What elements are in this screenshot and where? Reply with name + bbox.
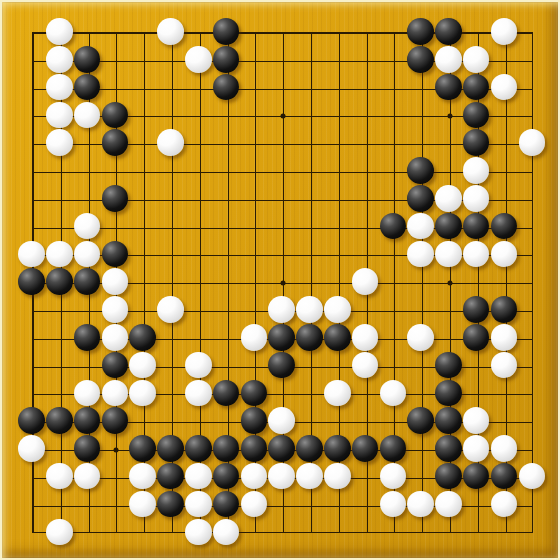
board-intersection[interactable] [407, 129, 435, 157]
board-intersection[interactable] [73, 212, 101, 240]
board-intersection[interactable] [45, 101, 73, 129]
board-intersection[interactable] [518, 45, 546, 73]
board-intersection[interactable] [462, 435, 490, 463]
board-intersection[interactable] [184, 379, 212, 407]
board-intersection[interactable] [462, 268, 490, 296]
board-intersection[interactable] [462, 407, 490, 435]
board-intersection[interactable] [518, 184, 546, 212]
board-intersection[interactable] [379, 518, 407, 546]
board-intersection[interactable] [462, 323, 490, 351]
board-intersection[interactable] [518, 101, 546, 129]
board-intersection[interactable] [490, 101, 518, 129]
board-intersection[interactable] [184, 490, 212, 518]
board-intersection[interactable] [268, 296, 296, 324]
board-intersection[interactable] [45, 268, 73, 296]
board-intersection[interactable] [379, 323, 407, 351]
board-intersection[interactable] [407, 407, 435, 435]
board-intersection[interactable] [184, 323, 212, 351]
board-intersection[interactable] [462, 518, 490, 546]
board-intersection[interactable] [184, 518, 212, 546]
board-intersection[interactable] [212, 73, 240, 101]
board-intersection[interactable] [157, 518, 185, 546]
board-intersection[interactable] [73, 129, 101, 157]
board-intersection[interactable] [73, 240, 101, 268]
board-intersection[interactable] [18, 379, 46, 407]
board-intersection[interactable] [268, 323, 296, 351]
board-intersection[interactable] [73, 73, 101, 101]
board-intersection[interactable] [435, 462, 463, 490]
board-intersection[interactable] [18, 157, 46, 185]
board-intersection[interactable] [101, 129, 129, 157]
board-intersection[interactable] [212, 129, 240, 157]
board-intersection[interactable] [184, 268, 212, 296]
board-intersection[interactable] [18, 296, 46, 324]
board-intersection[interactable] [407, 268, 435, 296]
board-intersection[interactable] [462, 240, 490, 268]
board-intersection[interactable] [18, 212, 46, 240]
board-intersection[interactable] [379, 240, 407, 268]
board-intersection[interactable] [129, 73, 157, 101]
board-intersection[interactable] [407, 184, 435, 212]
board-intersection[interactable] [296, 101, 324, 129]
board-intersection[interactable] [435, 18, 463, 46]
board-intersection[interactable] [129, 45, 157, 73]
board-intersection[interactable] [379, 435, 407, 463]
board-intersection[interactable] [240, 18, 268, 46]
board-intersection[interactable] [379, 129, 407, 157]
board-intersection[interactable] [407, 212, 435, 240]
board-intersection[interactable] [462, 212, 490, 240]
board-intersection[interactable] [240, 212, 268, 240]
board-intersection[interactable] [296, 18, 324, 46]
board-intersection[interactable] [184, 73, 212, 101]
board-intersection[interactable] [101, 157, 129, 185]
board-intersection[interactable] [435, 212, 463, 240]
board-intersection[interactable] [184, 157, 212, 185]
board-intersection[interactable] [518, 268, 546, 296]
board-intersection[interactable] [323, 379, 351, 407]
board-intersection[interactable] [101, 407, 129, 435]
board-intersection[interactable] [435, 351, 463, 379]
board-intersection[interactable] [73, 435, 101, 463]
board-intersection[interactable] [462, 296, 490, 324]
board-intersection[interactable] [379, 18, 407, 46]
board-intersection[interactable] [435, 73, 463, 101]
board-intersection[interactable] [351, 101, 379, 129]
board-intersection[interactable] [462, 462, 490, 490]
board-intersection[interactable] [240, 101, 268, 129]
board-intersection[interactable] [184, 101, 212, 129]
board-intersection[interactable] [45, 435, 73, 463]
board-intersection[interactable] [184, 18, 212, 46]
board-intersection[interactable] [18, 407, 46, 435]
board-intersection[interactable] [490, 435, 518, 463]
board-intersection[interactable] [296, 379, 324, 407]
board-intersection[interactable] [45, 129, 73, 157]
board-intersection[interactable] [184, 462, 212, 490]
board-intersection[interactable] [435, 296, 463, 324]
board-intersection[interactable] [296, 184, 324, 212]
board-intersection[interactable] [73, 490, 101, 518]
board-intersection[interactable] [101, 462, 129, 490]
board-intersection[interactable] [45, 490, 73, 518]
board-intersection[interactable] [323, 212, 351, 240]
board-intersection[interactable] [379, 268, 407, 296]
board-intersection[interactable] [129, 462, 157, 490]
board-intersection[interactable] [379, 101, 407, 129]
board-intersection[interactable] [407, 351, 435, 379]
board-intersection[interactable] [351, 407, 379, 435]
board-intersection[interactable] [18, 184, 46, 212]
board-intersection[interactable] [490, 157, 518, 185]
board-intersection[interactable] [101, 45, 129, 73]
board-intersection[interactable] [184, 212, 212, 240]
board-intersection[interactable] [462, 45, 490, 73]
board-intersection[interactable] [490, 490, 518, 518]
board-intersection[interactable] [351, 296, 379, 324]
board-intersection[interactable] [351, 157, 379, 185]
board-intersection[interactable] [18, 129, 46, 157]
board-intersection[interactable] [45, 407, 73, 435]
board-intersection[interactable] [73, 462, 101, 490]
board-intersection[interactable] [407, 490, 435, 518]
board-intersection[interactable] [490, 129, 518, 157]
board-intersection[interactable] [351, 351, 379, 379]
board-intersection[interactable] [435, 45, 463, 73]
board-intersection[interactable] [212, 296, 240, 324]
board-intersection[interactable] [490, 45, 518, 73]
board-intersection[interactable] [351, 73, 379, 101]
board-intersection[interactable] [101, 435, 129, 463]
board-intersection[interactable] [407, 296, 435, 324]
board-intersection[interactable] [268, 73, 296, 101]
board-intersection[interactable] [129, 184, 157, 212]
board-intersection[interactable] [351, 490, 379, 518]
board-intersection[interactable] [490, 296, 518, 324]
board-intersection[interactable] [157, 157, 185, 185]
board-intersection[interactable] [462, 73, 490, 101]
board-intersection[interactable] [157, 268, 185, 296]
board-intersection[interactable] [379, 407, 407, 435]
board-intersection[interactable] [73, 101, 101, 129]
board-intersection[interactable] [212, 435, 240, 463]
board-intersection[interactable] [407, 157, 435, 185]
board-intersection[interactable] [351, 323, 379, 351]
board-intersection[interactable] [18, 240, 46, 268]
board-intersection[interactable] [157, 462, 185, 490]
board-intersection[interactable] [435, 490, 463, 518]
board-intersection[interactable] [518, 407, 546, 435]
board-intersection[interactable] [18, 351, 46, 379]
board-intersection[interactable] [101, 18, 129, 46]
board-intersection[interactable] [351, 240, 379, 268]
board-intersection[interactable] [129, 435, 157, 463]
board-intersection[interactable] [268, 407, 296, 435]
board-intersection[interactable] [212, 45, 240, 73]
board-intersection[interactable] [323, 184, 351, 212]
board-intersection[interactable] [18, 435, 46, 463]
board-intersection[interactable] [45, 379, 73, 407]
board-intersection[interactable] [212, 379, 240, 407]
board-intersection[interactable] [462, 18, 490, 46]
board-intersection[interactable] [101, 240, 129, 268]
board-intersection[interactable] [45, 323, 73, 351]
board-intersection[interactable] [240, 157, 268, 185]
board-intersection[interactable] [240, 45, 268, 73]
board-intersection[interactable] [323, 240, 351, 268]
board-intersection[interactable] [462, 129, 490, 157]
board-intersection[interactable] [268, 268, 296, 296]
board-intersection[interactable] [490, 268, 518, 296]
board-intersection[interactable] [240, 129, 268, 157]
board-intersection[interactable] [462, 157, 490, 185]
board-intersection[interactable] [212, 157, 240, 185]
board-intersection[interactable] [240, 268, 268, 296]
board-intersection[interactable] [157, 379, 185, 407]
board-intersection[interactable] [240, 490, 268, 518]
board-intersection[interactable] [435, 379, 463, 407]
board-intersection[interactable] [157, 73, 185, 101]
board-intersection[interactable] [73, 379, 101, 407]
board-intersection[interactable] [129, 268, 157, 296]
board-intersection[interactable] [518, 18, 546, 46]
board-intersection[interactable] [435, 129, 463, 157]
board-intersection[interactable] [73, 518, 101, 546]
board-intersection[interactable] [157, 407, 185, 435]
board-intersection[interactable] [157, 18, 185, 46]
board-intersection[interactable] [268, 157, 296, 185]
board-intersection[interactable] [184, 129, 212, 157]
board-intersection[interactable] [157, 296, 185, 324]
board-intersection[interactable] [101, 490, 129, 518]
board-intersection[interactable] [101, 101, 129, 129]
board-intersection[interactable] [101, 379, 129, 407]
board-intersection[interactable] [323, 45, 351, 73]
board-intersection[interactable] [462, 184, 490, 212]
board-intersection[interactable] [323, 435, 351, 463]
board-intersection[interactable] [351, 379, 379, 407]
board-intersection[interactable] [407, 379, 435, 407]
board-intersection[interactable] [268, 462, 296, 490]
board-intersection[interactable] [490, 407, 518, 435]
board-intersection[interactable] [73, 45, 101, 73]
board-intersection[interactable] [435, 184, 463, 212]
board-intersection[interactable] [129, 407, 157, 435]
board-intersection[interactable] [129, 240, 157, 268]
board-intersection[interactable] [351, 268, 379, 296]
board-intersection[interactable] [129, 296, 157, 324]
board-intersection[interactable] [462, 490, 490, 518]
board-intersection[interactable] [518, 435, 546, 463]
board-intersection[interactable] [45, 73, 73, 101]
board-intersection[interactable] [268, 379, 296, 407]
board-intersection[interactable] [101, 351, 129, 379]
board-intersection[interactable] [518, 73, 546, 101]
board-intersection[interactable] [351, 518, 379, 546]
board-intersection[interactable] [323, 351, 351, 379]
board-intersection[interactable] [296, 129, 324, 157]
board-intersection[interactable] [379, 351, 407, 379]
board-intersection[interactable] [157, 45, 185, 73]
board-intersection[interactable] [407, 101, 435, 129]
board-intersection[interactable] [18, 45, 46, 73]
board-intersection[interactable] [212, 212, 240, 240]
board-intersection[interactable] [45, 45, 73, 73]
board-intersection[interactable] [129, 490, 157, 518]
board-intersection[interactable] [351, 184, 379, 212]
board-intersection[interactable] [407, 518, 435, 546]
board-intersection[interactable] [268, 240, 296, 268]
board-intersection[interactable] [490, 518, 518, 546]
board-intersection[interactable] [490, 462, 518, 490]
board-intersection[interactable] [518, 518, 546, 546]
board-intersection[interactable] [157, 351, 185, 379]
board-intersection[interactable] [296, 407, 324, 435]
board-intersection[interactable] [296, 296, 324, 324]
board-intersection[interactable] [435, 435, 463, 463]
board-intersection[interactable] [18, 73, 46, 101]
board-intersection[interactable] [129, 129, 157, 157]
board-intersection[interactable] [268, 212, 296, 240]
board-intersection[interactable] [268, 490, 296, 518]
board-intersection[interactable] [351, 45, 379, 73]
board-intersection[interactable] [462, 101, 490, 129]
board-intersection[interactable] [296, 518, 324, 546]
board-intersection[interactable] [518, 462, 546, 490]
board-intersection[interactable] [351, 462, 379, 490]
board-intersection[interactable] [212, 323, 240, 351]
board-intersection[interactable] [379, 490, 407, 518]
board-intersection[interactable] [184, 184, 212, 212]
board-intersection[interactable] [351, 212, 379, 240]
board-intersection[interactable] [157, 129, 185, 157]
board-intersection[interactable] [212, 240, 240, 268]
board-intersection[interactable] [45, 240, 73, 268]
board-intersection[interactable] [73, 184, 101, 212]
board-intersection[interactable] [518, 323, 546, 351]
board-intersection[interactable] [490, 379, 518, 407]
board-intersection[interactable] [268, 45, 296, 73]
board-intersection[interactable] [518, 240, 546, 268]
board-intersection[interactable] [18, 462, 46, 490]
board-intersection[interactable] [45, 18, 73, 46]
board-intersection[interactable] [296, 323, 324, 351]
board-intersection[interactable] [157, 184, 185, 212]
board-intersection[interactable] [323, 490, 351, 518]
board-intersection[interactable] [268, 101, 296, 129]
board-intersection[interactable] [45, 184, 73, 212]
board-intersection[interactable] [379, 296, 407, 324]
board-intersection[interactable] [296, 45, 324, 73]
board-intersection[interactable] [45, 157, 73, 185]
board-intersection[interactable] [323, 462, 351, 490]
board-intersection[interactable] [296, 435, 324, 463]
board-intersection[interactable] [323, 157, 351, 185]
board-intersection[interactable] [73, 18, 101, 46]
board-intersection[interactable] [129, 101, 157, 129]
board-intersection[interactable] [407, 435, 435, 463]
board-intersection[interactable] [101, 212, 129, 240]
board-intersection[interactable] [323, 296, 351, 324]
board-intersection[interactable] [240, 351, 268, 379]
board-intersection[interactable] [101, 296, 129, 324]
board-intersection[interactable] [407, 240, 435, 268]
board-intersection[interactable] [296, 268, 324, 296]
board-intersection[interactable] [296, 490, 324, 518]
board-intersection[interactable] [435, 101, 463, 129]
board-intersection[interactable] [184, 45, 212, 73]
board-intersection[interactable] [129, 157, 157, 185]
board-intersection[interactable] [296, 240, 324, 268]
board-intersection[interactable] [73, 407, 101, 435]
board-intersection[interactable] [184, 240, 212, 268]
board-intersection[interactable] [407, 462, 435, 490]
board-intersection[interactable] [268, 129, 296, 157]
board-intersection[interactable] [184, 296, 212, 324]
board-intersection[interactable] [268, 518, 296, 546]
board-intersection[interactable] [323, 518, 351, 546]
board-intersection[interactable] [212, 268, 240, 296]
board-intersection[interactable] [379, 157, 407, 185]
board-intersection[interactable] [240, 184, 268, 212]
board-intersection[interactable] [240, 407, 268, 435]
board-intersection[interactable] [212, 407, 240, 435]
board-intersection[interactable] [45, 462, 73, 490]
board-intersection[interactable] [101, 323, 129, 351]
board-intersection[interactable] [379, 45, 407, 73]
board-intersection[interactable] [407, 18, 435, 46]
board-intersection[interactable] [73, 157, 101, 185]
board-intersection[interactable] [518, 157, 546, 185]
board-intersection[interactable] [129, 351, 157, 379]
board-intersection[interactable] [157, 435, 185, 463]
board-intersection[interactable] [351, 129, 379, 157]
board-intersection[interactable] [45, 212, 73, 240]
board-intersection[interactable] [323, 407, 351, 435]
board-intersection[interactable] [351, 18, 379, 46]
board-intersection[interactable] [73, 268, 101, 296]
board-intersection[interactable] [212, 184, 240, 212]
board-intersection[interactable] [240, 462, 268, 490]
board-intersection[interactable] [45, 351, 73, 379]
board-intersection[interactable] [323, 129, 351, 157]
board-intersection[interactable] [18, 518, 46, 546]
board-intersection[interactable] [462, 379, 490, 407]
board-intersection[interactable] [379, 462, 407, 490]
board-intersection[interactable] [435, 157, 463, 185]
board-intersection[interactable] [73, 323, 101, 351]
board-intersection[interactable] [518, 351, 546, 379]
board-intersection[interactable] [240, 379, 268, 407]
board-intersection[interactable] [268, 351, 296, 379]
board-intersection[interactable] [212, 490, 240, 518]
board-intersection[interactable] [435, 268, 463, 296]
board-intersection[interactable] [18, 323, 46, 351]
board-intersection[interactable] [129, 379, 157, 407]
board-intersection[interactable] [157, 240, 185, 268]
board-intersection[interactable] [240, 240, 268, 268]
board-intersection[interactable] [323, 268, 351, 296]
board-intersection[interactable] [462, 351, 490, 379]
board-intersection[interactable] [240, 323, 268, 351]
board-intersection[interactable] [296, 73, 324, 101]
board-intersection[interactable] [518, 212, 546, 240]
board-intersection[interactable] [268, 18, 296, 46]
board-intersection[interactable] [157, 212, 185, 240]
board-intersection[interactable] [490, 351, 518, 379]
board-intersection[interactable] [212, 351, 240, 379]
board-intersection[interactable] [379, 184, 407, 212]
